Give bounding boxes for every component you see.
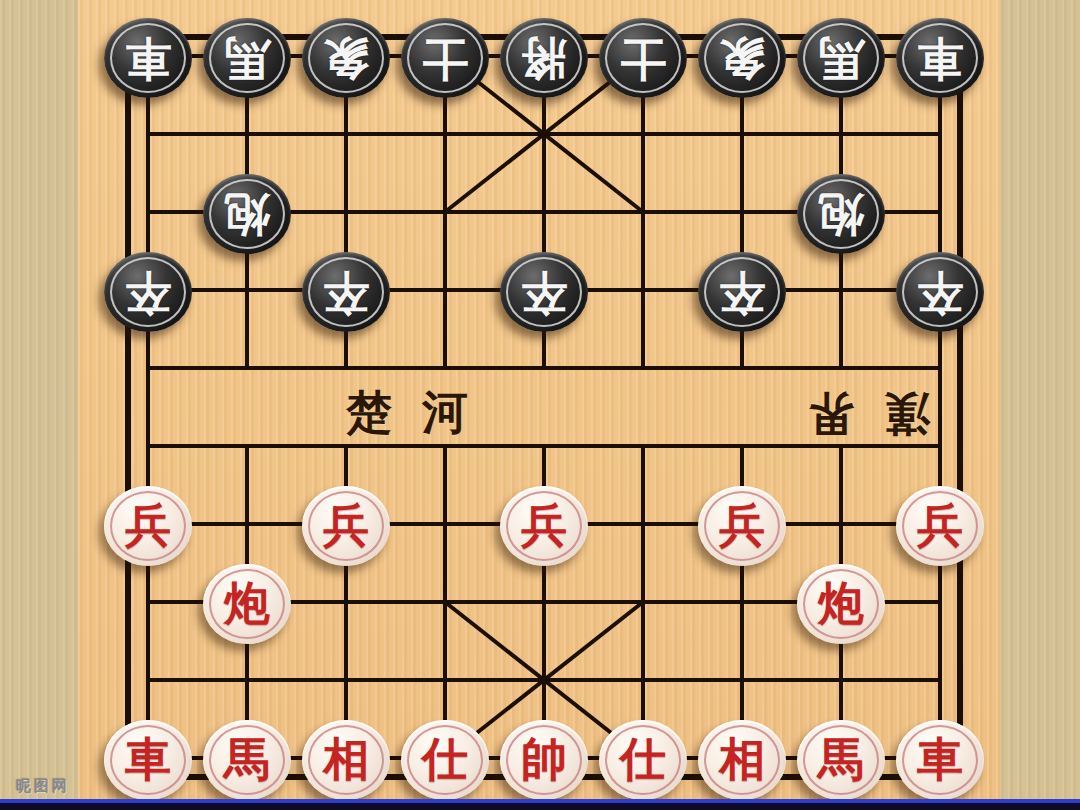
piece-black-advisor[interactable]: 士 [599,18,687,98]
piece-black-horse[interactable]: 馬 [797,18,885,98]
piece-red-cannon[interactable]: 炮 [797,564,885,644]
bottom-blue-line [0,799,1080,803]
piece-red-chariot[interactable]: 車 [896,720,984,800]
river-label-chu-he: 楚河 [346,382,498,444]
piece-red-soldier[interactable]: 兵 [302,486,390,566]
piece-character: 炮 [818,581,864,627]
piece-character: 卒 [917,269,963,315]
piece-character: 兵 [521,503,567,549]
piece-black-horse[interactable]: 馬 [203,18,291,98]
piece-character: 帥 [521,737,567,783]
piece-character: 車 [917,35,963,81]
piece-red-advisor[interactable]: 仕 [401,720,489,800]
piece-red-elephant[interactable]: 相 [698,720,786,800]
piece-red-elephant[interactable]: 相 [302,720,390,800]
xiangqi-screenshot: 楚河 漢界 車馬象士將士象馬車炮炮卒卒卒卒卒兵兵兵兵兵炮炮車馬相仕帥仕相馬車 昵… [0,0,1080,810]
piece-character: 卒 [719,269,765,315]
piece-black-soldier[interactable]: 卒 [896,252,984,332]
piece-character: 馬 [818,35,864,81]
piece-character: 兵 [125,503,171,549]
piece-black-advisor[interactable]: 士 [401,18,489,98]
piece-black-chariot[interactable]: 車 [896,18,984,98]
piece-black-elephant[interactable]: 象 [698,18,786,98]
piece-character: 卒 [323,269,369,315]
piece-red-chariot[interactable]: 車 [104,720,192,800]
piece-character: 相 [719,737,765,783]
piece-black-soldier[interactable]: 卒 [500,252,588,332]
piece-black-cannon[interactable]: 炮 [797,174,885,254]
piece-black-chariot[interactable]: 車 [104,18,192,98]
piece-character: 兵 [719,503,765,549]
piece-character: 仕 [422,737,468,783]
watermark-nipic: 昵图网 [16,777,70,796]
piece-black-soldier[interactable]: 卒 [104,252,192,332]
river-label-han-jie: 漢界 [778,382,930,444]
piece-black-soldier[interactable]: 卒 [302,252,390,332]
piece-character: 將 [521,35,567,81]
piece-character: 兵 [917,503,963,549]
piece-red-advisor[interactable]: 仕 [599,720,687,800]
piece-character: 卒 [125,269,171,315]
piece-character: 卒 [521,269,567,315]
piece-character: 相 [323,737,369,783]
piece-character: 炮 [224,581,270,627]
piece-black-soldier[interactable]: 卒 [698,252,786,332]
piece-character: 士 [620,35,666,81]
piece-character: 車 [917,737,963,783]
piece-character: 兵 [323,503,369,549]
piece-black-cannon[interactable]: 炮 [203,174,291,254]
piece-character: 仕 [620,737,666,783]
xiangqi-board: 楚河 漢界 車馬象士將士象馬車炮炮卒卒卒卒卒兵兵兵兵兵炮炮車馬相仕帥仕相馬車 [78,0,1000,800]
piece-red-horse[interactable]: 馬 [797,720,885,800]
piece-character: 馬 [818,737,864,783]
piece-character: 車 [125,35,171,81]
piece-black-general[interactable]: 將 [500,18,588,98]
piece-black-elephant[interactable]: 象 [302,18,390,98]
piece-character: 馬 [224,35,270,81]
piece-character: 馬 [224,737,270,783]
piece-red-cannon[interactable]: 炮 [203,564,291,644]
piece-red-soldier[interactable]: 兵 [104,486,192,566]
piece-character: 炮 [818,191,864,237]
piece-red-horse[interactable]: 馬 [203,720,291,800]
piece-character: 象 [719,35,765,81]
piece-character: 炮 [224,191,270,237]
piece-character: 車 [125,737,171,783]
piece-red-soldier[interactable]: 兵 [500,486,588,566]
piece-red-soldier[interactable]: 兵 [698,486,786,566]
piece-red-soldier[interactable]: 兵 [896,486,984,566]
piece-character: 士 [422,35,468,81]
piece-character: 象 [323,35,369,81]
piece-red-general[interactable]: 帥 [500,720,588,800]
bottom-bar [0,799,1080,810]
